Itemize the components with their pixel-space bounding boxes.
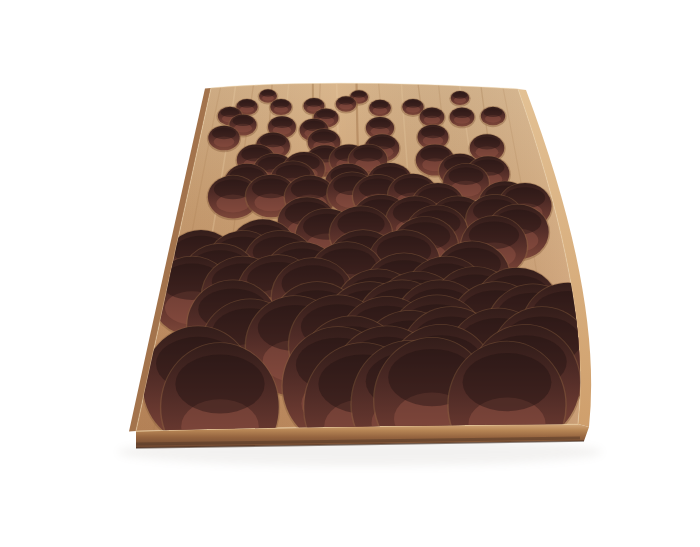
hole-top-shadow <box>316 110 335 119</box>
hole-top-shadow <box>484 108 503 117</box>
hole-top-shadow <box>369 119 390 129</box>
hole-top-shadow <box>261 91 275 97</box>
panel-hole <box>207 125 241 152</box>
acoustic-panel-svg <box>0 0 700 547</box>
hole-top-shadow <box>423 109 442 118</box>
hole-top-shadow <box>352 91 366 97</box>
panel-hole <box>368 99 393 118</box>
product-photo <box>0 0 700 547</box>
hole-top-shadow <box>239 100 255 107</box>
hole-top-shadow <box>233 116 254 126</box>
hole-top-shadow <box>405 100 421 107</box>
hole-top-shadow <box>271 118 292 128</box>
panel-hole <box>449 90 470 106</box>
hole-top-shadow <box>474 137 500 150</box>
hole-top-shadow <box>306 99 322 106</box>
panel-hole <box>269 98 293 117</box>
hole-top-shadow <box>291 179 329 199</box>
hole-top-shadow <box>453 109 472 118</box>
hole-top-shadow <box>212 128 236 139</box>
hole-top-shadow <box>372 101 389 109</box>
hole-top-shadow <box>453 92 467 98</box>
hole-top-shadow <box>175 355 264 414</box>
hole-top-shadow <box>353 147 382 161</box>
hole-top-shadow <box>312 131 337 143</box>
hole-top-shadow <box>273 100 289 107</box>
hole-top-shadow <box>449 167 484 185</box>
hole-top-shadow <box>463 353 552 411</box>
hole-top-shadow <box>421 127 445 138</box>
panel-hole <box>448 107 476 128</box>
hole-top-shadow <box>338 98 354 105</box>
panel-hole <box>334 96 357 114</box>
panel-hole <box>479 106 506 127</box>
